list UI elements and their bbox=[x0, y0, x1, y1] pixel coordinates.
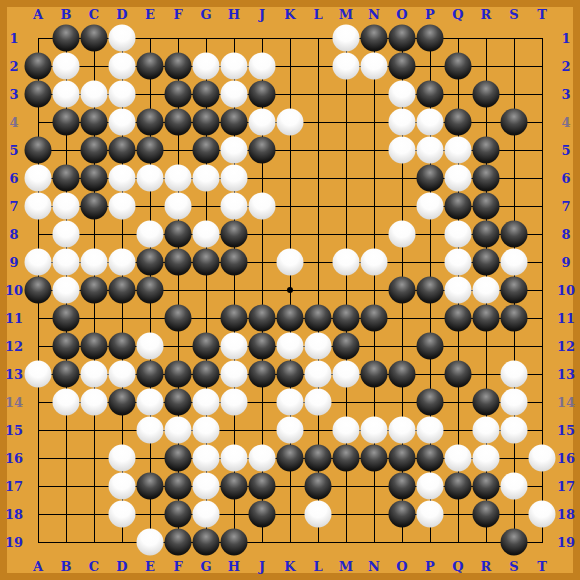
point-O4[interactable] bbox=[388, 108, 416, 136]
point-A14[interactable] bbox=[24, 388, 52, 416]
point-H1[interactable] bbox=[220, 24, 248, 52]
point-O14[interactable] bbox=[388, 388, 416, 416]
point-G16[interactable] bbox=[192, 444, 220, 472]
point-M6[interactable] bbox=[332, 164, 360, 192]
point-D17[interactable] bbox=[108, 472, 136, 500]
point-K8[interactable] bbox=[276, 220, 304, 248]
point-S16[interactable] bbox=[500, 444, 528, 472]
point-E5[interactable] bbox=[136, 136, 164, 164]
point-D3[interactable] bbox=[108, 80, 136, 108]
point-S18[interactable] bbox=[500, 500, 528, 528]
point-H10[interactable] bbox=[220, 276, 248, 304]
point-O5[interactable] bbox=[388, 136, 416, 164]
point-T18[interactable] bbox=[528, 500, 556, 528]
point-T2[interactable] bbox=[528, 52, 556, 80]
point-L2[interactable] bbox=[304, 52, 332, 80]
point-T7[interactable] bbox=[528, 192, 556, 220]
point-A11[interactable] bbox=[24, 304, 52, 332]
point-B5[interactable] bbox=[52, 136, 80, 164]
point-L5[interactable] bbox=[304, 136, 332, 164]
point-A4[interactable] bbox=[24, 108, 52, 136]
point-G3[interactable] bbox=[192, 80, 220, 108]
point-O18[interactable] bbox=[388, 500, 416, 528]
point-R6[interactable] bbox=[472, 164, 500, 192]
point-E1[interactable] bbox=[136, 24, 164, 52]
point-T6[interactable] bbox=[528, 164, 556, 192]
point-E12[interactable] bbox=[136, 332, 164, 360]
point-M3[interactable] bbox=[332, 80, 360, 108]
point-G19[interactable] bbox=[192, 528, 220, 556]
point-H5[interactable] bbox=[220, 136, 248, 164]
point-A1[interactable] bbox=[24, 24, 52, 52]
point-R12[interactable] bbox=[472, 332, 500, 360]
point-T10[interactable] bbox=[528, 276, 556, 304]
point-L18[interactable] bbox=[304, 500, 332, 528]
point-N6[interactable] bbox=[360, 164, 388, 192]
point-Q1[interactable] bbox=[444, 24, 472, 52]
point-B3[interactable] bbox=[52, 80, 80, 108]
point-M4[interactable] bbox=[332, 108, 360, 136]
point-B6[interactable] bbox=[52, 164, 80, 192]
point-A5[interactable] bbox=[24, 136, 52, 164]
point-R16[interactable] bbox=[472, 444, 500, 472]
point-O8[interactable] bbox=[388, 220, 416, 248]
point-O1[interactable] bbox=[388, 24, 416, 52]
point-T4[interactable] bbox=[528, 108, 556, 136]
point-F4[interactable] bbox=[164, 108, 192, 136]
point-P13[interactable] bbox=[416, 360, 444, 388]
point-B4[interactable] bbox=[52, 108, 80, 136]
point-N9[interactable] bbox=[360, 248, 388, 276]
point-C10[interactable] bbox=[80, 276, 108, 304]
point-F3[interactable] bbox=[164, 80, 192, 108]
point-E4[interactable] bbox=[136, 108, 164, 136]
point-B14[interactable] bbox=[52, 388, 80, 416]
point-C14[interactable] bbox=[80, 388, 108, 416]
point-G17[interactable] bbox=[192, 472, 220, 500]
point-G10[interactable] bbox=[192, 276, 220, 304]
point-C3[interactable] bbox=[80, 80, 108, 108]
point-K14[interactable] bbox=[276, 388, 304, 416]
point-G11[interactable] bbox=[192, 304, 220, 332]
point-J6[interactable] bbox=[248, 164, 276, 192]
point-Q18[interactable] bbox=[444, 500, 472, 528]
point-S11[interactable] bbox=[500, 304, 528, 332]
point-C18[interactable] bbox=[80, 500, 108, 528]
point-N16[interactable] bbox=[360, 444, 388, 472]
point-L1[interactable] bbox=[304, 24, 332, 52]
point-A18[interactable] bbox=[24, 500, 52, 528]
point-M12[interactable] bbox=[332, 332, 360, 360]
point-J18[interactable] bbox=[248, 500, 276, 528]
point-J11[interactable] bbox=[248, 304, 276, 332]
point-L6[interactable] bbox=[304, 164, 332, 192]
point-D2[interactable] bbox=[108, 52, 136, 80]
point-J3[interactable] bbox=[248, 80, 276, 108]
point-C17[interactable] bbox=[80, 472, 108, 500]
point-G2[interactable] bbox=[192, 52, 220, 80]
point-K11[interactable] bbox=[276, 304, 304, 332]
point-R15[interactable] bbox=[472, 416, 500, 444]
point-A2[interactable] bbox=[24, 52, 52, 80]
point-O7[interactable] bbox=[388, 192, 416, 220]
point-O2[interactable] bbox=[388, 52, 416, 80]
point-L12[interactable] bbox=[304, 332, 332, 360]
point-B10[interactable] bbox=[52, 276, 80, 304]
point-L9[interactable] bbox=[304, 248, 332, 276]
point-R1[interactable] bbox=[472, 24, 500, 52]
point-F14[interactable] bbox=[164, 388, 192, 416]
point-H8[interactable] bbox=[220, 220, 248, 248]
point-Q11[interactable] bbox=[444, 304, 472, 332]
point-C8[interactable] bbox=[80, 220, 108, 248]
point-B11[interactable] bbox=[52, 304, 80, 332]
point-S3[interactable] bbox=[500, 80, 528, 108]
point-G4[interactable] bbox=[192, 108, 220, 136]
point-C4[interactable] bbox=[80, 108, 108, 136]
point-E7[interactable] bbox=[136, 192, 164, 220]
point-J10[interactable] bbox=[248, 276, 276, 304]
point-D5[interactable] bbox=[108, 136, 136, 164]
point-D16[interactable] bbox=[108, 444, 136, 472]
point-B19[interactable] bbox=[52, 528, 80, 556]
point-Q16[interactable] bbox=[444, 444, 472, 472]
point-N13[interactable] bbox=[360, 360, 388, 388]
point-A3[interactable] bbox=[24, 80, 52, 108]
point-A16[interactable] bbox=[24, 444, 52, 472]
point-R19[interactable] bbox=[472, 528, 500, 556]
point-R13[interactable] bbox=[472, 360, 500, 388]
point-S12[interactable] bbox=[500, 332, 528, 360]
point-E16[interactable] bbox=[136, 444, 164, 472]
point-O13[interactable] bbox=[388, 360, 416, 388]
point-T11[interactable] bbox=[528, 304, 556, 332]
point-J16[interactable] bbox=[248, 444, 276, 472]
point-F17[interactable] bbox=[164, 472, 192, 500]
point-M18[interactable] bbox=[332, 500, 360, 528]
point-A12[interactable] bbox=[24, 332, 52, 360]
point-N11[interactable] bbox=[360, 304, 388, 332]
point-R14[interactable] bbox=[472, 388, 500, 416]
point-O3[interactable] bbox=[388, 80, 416, 108]
point-S10[interactable] bbox=[500, 276, 528, 304]
point-A15[interactable] bbox=[24, 416, 52, 444]
point-Q13[interactable] bbox=[444, 360, 472, 388]
point-E13[interactable] bbox=[136, 360, 164, 388]
point-F11[interactable] bbox=[164, 304, 192, 332]
point-R5[interactable] bbox=[472, 136, 500, 164]
point-N19[interactable] bbox=[360, 528, 388, 556]
point-T17[interactable] bbox=[528, 472, 556, 500]
point-F6[interactable] bbox=[164, 164, 192, 192]
point-D15[interactable] bbox=[108, 416, 136, 444]
point-R4[interactable] bbox=[472, 108, 500, 136]
point-J9[interactable] bbox=[248, 248, 276, 276]
point-F7[interactable] bbox=[164, 192, 192, 220]
point-B13[interactable] bbox=[52, 360, 80, 388]
point-F19[interactable] bbox=[164, 528, 192, 556]
point-T9[interactable] bbox=[528, 248, 556, 276]
point-E10[interactable] bbox=[136, 276, 164, 304]
point-K16[interactable] bbox=[276, 444, 304, 472]
point-G7[interactable] bbox=[192, 192, 220, 220]
point-H9[interactable] bbox=[220, 248, 248, 276]
point-K7[interactable] bbox=[276, 192, 304, 220]
point-A8[interactable] bbox=[24, 220, 52, 248]
point-P6[interactable] bbox=[416, 164, 444, 192]
point-K10[interactable] bbox=[276, 276, 304, 304]
point-N10[interactable] bbox=[360, 276, 388, 304]
point-O10[interactable] bbox=[388, 276, 416, 304]
point-J8[interactable] bbox=[248, 220, 276, 248]
point-B15[interactable] bbox=[52, 416, 80, 444]
point-J7[interactable] bbox=[248, 192, 276, 220]
point-D7[interactable] bbox=[108, 192, 136, 220]
point-Q19[interactable] bbox=[444, 528, 472, 556]
point-P8[interactable] bbox=[416, 220, 444, 248]
point-M11[interactable] bbox=[332, 304, 360, 332]
point-H12[interactable] bbox=[220, 332, 248, 360]
point-C2[interactable] bbox=[80, 52, 108, 80]
point-D4[interactable] bbox=[108, 108, 136, 136]
point-H18[interactable] bbox=[220, 500, 248, 528]
point-L10[interactable] bbox=[304, 276, 332, 304]
point-B12[interactable] bbox=[52, 332, 80, 360]
point-R10[interactable] bbox=[472, 276, 500, 304]
point-Q3[interactable] bbox=[444, 80, 472, 108]
point-K9[interactable] bbox=[276, 248, 304, 276]
point-D14[interactable] bbox=[108, 388, 136, 416]
point-T15[interactable] bbox=[528, 416, 556, 444]
point-N5[interactable] bbox=[360, 136, 388, 164]
point-R3[interactable] bbox=[472, 80, 500, 108]
point-E6[interactable] bbox=[136, 164, 164, 192]
point-Q8[interactable] bbox=[444, 220, 472, 248]
point-O16[interactable] bbox=[388, 444, 416, 472]
point-G13[interactable] bbox=[192, 360, 220, 388]
point-S5[interactable] bbox=[500, 136, 528, 164]
point-N4[interactable] bbox=[360, 108, 388, 136]
point-P12[interactable] bbox=[416, 332, 444, 360]
point-D9[interactable] bbox=[108, 248, 136, 276]
point-P14[interactable] bbox=[416, 388, 444, 416]
point-P7[interactable] bbox=[416, 192, 444, 220]
point-M19[interactable] bbox=[332, 528, 360, 556]
point-F12[interactable] bbox=[164, 332, 192, 360]
point-L15[interactable] bbox=[304, 416, 332, 444]
point-H6[interactable] bbox=[220, 164, 248, 192]
point-J13[interactable] bbox=[248, 360, 276, 388]
point-M7[interactable] bbox=[332, 192, 360, 220]
point-C9[interactable] bbox=[80, 248, 108, 276]
point-D12[interactable] bbox=[108, 332, 136, 360]
point-Q9[interactable] bbox=[444, 248, 472, 276]
point-D1[interactable] bbox=[108, 24, 136, 52]
point-L3[interactable] bbox=[304, 80, 332, 108]
point-S13[interactable] bbox=[500, 360, 528, 388]
point-S4[interactable] bbox=[500, 108, 528, 136]
point-A9[interactable] bbox=[24, 248, 52, 276]
point-S2[interactable] bbox=[500, 52, 528, 80]
point-H4[interactable] bbox=[220, 108, 248, 136]
point-K5[interactable] bbox=[276, 136, 304, 164]
point-C19[interactable] bbox=[80, 528, 108, 556]
point-P2[interactable] bbox=[416, 52, 444, 80]
point-F5[interactable] bbox=[164, 136, 192, 164]
point-Q15[interactable] bbox=[444, 416, 472, 444]
point-K12[interactable] bbox=[276, 332, 304, 360]
point-K6[interactable] bbox=[276, 164, 304, 192]
point-M13[interactable] bbox=[332, 360, 360, 388]
point-C16[interactable] bbox=[80, 444, 108, 472]
point-R8[interactable] bbox=[472, 220, 500, 248]
point-K3[interactable] bbox=[276, 80, 304, 108]
point-H13[interactable] bbox=[220, 360, 248, 388]
point-S6[interactable] bbox=[500, 164, 528, 192]
point-E8[interactable] bbox=[136, 220, 164, 248]
point-J17[interactable] bbox=[248, 472, 276, 500]
point-F8[interactable] bbox=[164, 220, 192, 248]
point-E18[interactable] bbox=[136, 500, 164, 528]
point-O15[interactable] bbox=[388, 416, 416, 444]
point-R17[interactable] bbox=[472, 472, 500, 500]
point-H16[interactable] bbox=[220, 444, 248, 472]
point-K18[interactable] bbox=[276, 500, 304, 528]
point-M9[interactable] bbox=[332, 248, 360, 276]
point-F10[interactable] bbox=[164, 276, 192, 304]
point-S7[interactable] bbox=[500, 192, 528, 220]
point-C5[interactable] bbox=[80, 136, 108, 164]
point-P15[interactable] bbox=[416, 416, 444, 444]
point-J19[interactable] bbox=[248, 528, 276, 556]
point-N17[interactable] bbox=[360, 472, 388, 500]
point-Q14[interactable] bbox=[444, 388, 472, 416]
point-O12[interactable] bbox=[388, 332, 416, 360]
point-D13[interactable] bbox=[108, 360, 136, 388]
point-L14[interactable] bbox=[304, 388, 332, 416]
point-L4[interactable] bbox=[304, 108, 332, 136]
point-L13[interactable] bbox=[304, 360, 332, 388]
point-M8[interactable] bbox=[332, 220, 360, 248]
point-A10[interactable] bbox=[24, 276, 52, 304]
point-G12[interactable] bbox=[192, 332, 220, 360]
point-K1[interactable] bbox=[276, 24, 304, 52]
point-L17[interactable] bbox=[304, 472, 332, 500]
point-N2[interactable] bbox=[360, 52, 388, 80]
point-N15[interactable] bbox=[360, 416, 388, 444]
point-L8[interactable] bbox=[304, 220, 332, 248]
point-E17[interactable] bbox=[136, 472, 164, 500]
point-C13[interactable] bbox=[80, 360, 108, 388]
point-G6[interactable] bbox=[192, 164, 220, 192]
point-K19[interactable] bbox=[276, 528, 304, 556]
point-G9[interactable] bbox=[192, 248, 220, 276]
point-R11[interactable] bbox=[472, 304, 500, 332]
point-D11[interactable] bbox=[108, 304, 136, 332]
point-K15[interactable] bbox=[276, 416, 304, 444]
point-F16[interactable] bbox=[164, 444, 192, 472]
point-O11[interactable] bbox=[388, 304, 416, 332]
point-O17[interactable] bbox=[388, 472, 416, 500]
point-G15[interactable] bbox=[192, 416, 220, 444]
point-S1[interactable] bbox=[500, 24, 528, 52]
point-S9[interactable] bbox=[500, 248, 528, 276]
point-T16[interactable] bbox=[528, 444, 556, 472]
point-N7[interactable] bbox=[360, 192, 388, 220]
point-R18[interactable] bbox=[472, 500, 500, 528]
point-R9[interactable] bbox=[472, 248, 500, 276]
point-J14[interactable] bbox=[248, 388, 276, 416]
point-J5[interactable] bbox=[248, 136, 276, 164]
point-P4[interactable] bbox=[416, 108, 444, 136]
point-J15[interactable] bbox=[248, 416, 276, 444]
point-F13[interactable] bbox=[164, 360, 192, 388]
point-O19[interactable] bbox=[388, 528, 416, 556]
point-C15[interactable] bbox=[80, 416, 108, 444]
point-K13[interactable] bbox=[276, 360, 304, 388]
point-Q4[interactable] bbox=[444, 108, 472, 136]
point-M15[interactable] bbox=[332, 416, 360, 444]
point-B18[interactable] bbox=[52, 500, 80, 528]
point-M2[interactable] bbox=[332, 52, 360, 80]
point-P10[interactable] bbox=[416, 276, 444, 304]
point-M16[interactable] bbox=[332, 444, 360, 472]
point-E2[interactable] bbox=[136, 52, 164, 80]
point-G5[interactable] bbox=[192, 136, 220, 164]
point-B7[interactable] bbox=[52, 192, 80, 220]
point-S8[interactable] bbox=[500, 220, 528, 248]
point-E15[interactable] bbox=[136, 416, 164, 444]
point-T5[interactable] bbox=[528, 136, 556, 164]
point-B16[interactable] bbox=[52, 444, 80, 472]
point-O9[interactable] bbox=[388, 248, 416, 276]
point-D6[interactable] bbox=[108, 164, 136, 192]
point-Q10[interactable] bbox=[444, 276, 472, 304]
point-N18[interactable] bbox=[360, 500, 388, 528]
point-L11[interactable] bbox=[304, 304, 332, 332]
point-R7[interactable] bbox=[472, 192, 500, 220]
point-M10[interactable] bbox=[332, 276, 360, 304]
point-Q7[interactable] bbox=[444, 192, 472, 220]
point-P9[interactable] bbox=[416, 248, 444, 276]
point-P17[interactable] bbox=[416, 472, 444, 500]
point-A13[interactable] bbox=[24, 360, 52, 388]
point-A19[interactable] bbox=[24, 528, 52, 556]
point-P3[interactable] bbox=[416, 80, 444, 108]
point-G1[interactable] bbox=[192, 24, 220, 52]
point-S17[interactable] bbox=[500, 472, 528, 500]
point-Q12[interactable] bbox=[444, 332, 472, 360]
point-C1[interactable] bbox=[80, 24, 108, 52]
point-J1[interactable] bbox=[248, 24, 276, 52]
point-A17[interactable] bbox=[24, 472, 52, 500]
point-L16[interactable] bbox=[304, 444, 332, 472]
point-L19[interactable] bbox=[304, 528, 332, 556]
point-E14[interactable] bbox=[136, 388, 164, 416]
point-F9[interactable] bbox=[164, 248, 192, 276]
point-H19[interactable] bbox=[220, 528, 248, 556]
point-T8[interactable] bbox=[528, 220, 556, 248]
point-G8[interactable] bbox=[192, 220, 220, 248]
point-N3[interactable] bbox=[360, 80, 388, 108]
point-T1[interactable] bbox=[528, 24, 556, 52]
point-T13[interactable] bbox=[528, 360, 556, 388]
point-P18[interactable] bbox=[416, 500, 444, 528]
point-K4[interactable] bbox=[276, 108, 304, 136]
point-M14[interactable] bbox=[332, 388, 360, 416]
point-F2[interactable] bbox=[164, 52, 192, 80]
point-S14[interactable] bbox=[500, 388, 528, 416]
